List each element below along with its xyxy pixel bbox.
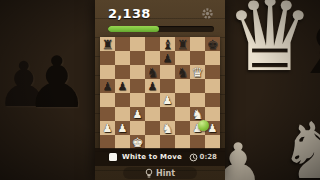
lightbulb-icon bbox=[145, 168, 153, 179]
chess-board[interactable]: ♜♝♜♚♟♞♞♛♟♟♟♟♟♞♟♟♞♟♟♚ bbox=[100, 37, 220, 149]
square-e5[interactable] bbox=[160, 79, 175, 93]
piece-black-rook: ♜ bbox=[102, 38, 114, 51]
square-a3[interactable] bbox=[100, 107, 115, 121]
piece-black-rook: ♜ bbox=[177, 38, 189, 51]
hint-button[interactable]: Hint bbox=[95, 166, 225, 180]
square-h8[interactable]: ♚ bbox=[205, 37, 220, 51]
piece-black-knight: ♞ bbox=[147, 66, 159, 79]
piece-white-knight: ♞ bbox=[162, 122, 174, 135]
square-d6[interactable]: ♞ bbox=[145, 65, 160, 79]
square-c2[interactable] bbox=[130, 121, 145, 135]
square-b3[interactable] bbox=[115, 107, 130, 121]
piece-white-pawn: ♟ bbox=[103, 123, 113, 134]
square-e7[interactable]: ♟ bbox=[160, 51, 175, 65]
square-a2[interactable]: ♟ bbox=[100, 121, 115, 135]
square-g7[interactable] bbox=[190, 51, 205, 65]
decor-dark-bishop-icon: ♝ bbox=[293, 6, 320, 86]
piece-black-king: ♚ bbox=[207, 38, 219, 51]
piece-white-queen: ♛ bbox=[192, 66, 204, 79]
piece-white-knight: ♞ bbox=[192, 108, 204, 121]
square-h3[interactable] bbox=[205, 107, 220, 121]
decor-white-knight-icon: ♞ bbox=[279, 112, 320, 180]
square-c6[interactable] bbox=[130, 65, 145, 79]
square-a4[interactable] bbox=[100, 93, 115, 107]
timer: 0:28 bbox=[189, 153, 217, 162]
square-b6[interactable] bbox=[115, 65, 130, 79]
square-c7[interactable] bbox=[130, 51, 145, 65]
decor-black-pawn-icon: ♟ bbox=[25, 47, 89, 118]
chess-app-panel: 2,138 ♜♝♜♚♟♞♞♛♟♟♟♟♟♞♟♟♞♟♟♚ White to Move… bbox=[95, 0, 225, 180]
square-h4[interactable] bbox=[205, 93, 220, 107]
square-d8[interactable] bbox=[145, 37, 160, 51]
square-c4[interactable] bbox=[130, 93, 145, 107]
progress-fill bbox=[108, 26, 159, 32]
square-f7[interactable] bbox=[175, 51, 190, 65]
square-d4[interactable] bbox=[145, 93, 160, 107]
square-a8[interactable]: ♜ bbox=[100, 37, 115, 51]
settings-gear-icon[interactable] bbox=[201, 7, 214, 20]
square-b8[interactable] bbox=[115, 37, 130, 51]
square-d1[interactable] bbox=[145, 135, 160, 149]
square-a6[interactable] bbox=[100, 65, 115, 79]
square-d2[interactable] bbox=[145, 121, 160, 135]
status-bar: White to Move 0:28 bbox=[95, 148, 225, 166]
square-e6[interactable] bbox=[160, 65, 175, 79]
square-f2[interactable] bbox=[175, 121, 190, 135]
square-h7[interactable] bbox=[205, 51, 220, 65]
clock-icon bbox=[189, 153, 198, 162]
square-g3[interactable]: ♞ bbox=[190, 107, 205, 121]
piece-white-pawn: ♟ bbox=[118, 123, 128, 134]
piece-black-pawn: ♟ bbox=[148, 81, 158, 92]
square-f3[interactable] bbox=[175, 107, 190, 121]
square-b4[interactable] bbox=[115, 93, 130, 107]
piece-white-king: ♚ bbox=[132, 136, 144, 149]
hint-label: Hint bbox=[156, 169, 175, 178]
square-g8[interactable] bbox=[190, 37, 205, 51]
progress-bar bbox=[108, 26, 214, 32]
piece-white-pawn: ♟ bbox=[208, 123, 218, 134]
timer-text: 0:28 bbox=[200, 153, 217, 161]
square-e8[interactable]: ♝ bbox=[160, 37, 175, 51]
square-c8[interactable] bbox=[130, 37, 145, 51]
screenshot-canvas: ♟ ♟ ♝ ♛ ♞ ♟ 2,138 ♜♝♜♚♟♞♞♛♟♟♟♟♟♞♟♟♞♟♟♚ W… bbox=[0, 0, 320, 180]
decor-black-pawn-icon: ♟ bbox=[0, 54, 52, 116]
square-b7[interactable] bbox=[115, 51, 130, 65]
square-c1[interactable]: ♚ bbox=[130, 135, 145, 149]
square-f1[interactable] bbox=[175, 135, 190, 149]
piece-black-pawn: ♟ bbox=[103, 81, 113, 92]
square-b1[interactable] bbox=[115, 135, 130, 149]
square-g6[interactable]: ♛ bbox=[190, 65, 205, 79]
square-g4[interactable] bbox=[190, 93, 205, 107]
square-a7[interactable] bbox=[100, 51, 115, 65]
app-header: 2,138 bbox=[108, 6, 217, 24]
piece-black-pawn: ♟ bbox=[163, 53, 173, 64]
square-g5[interactable] bbox=[190, 79, 205, 93]
piece-black-bishop: ♝ bbox=[162, 38, 174, 51]
turn-label: White to Move bbox=[122, 153, 182, 161]
white-square-icon bbox=[109, 153, 117, 161]
square-f5[interactable] bbox=[175, 79, 190, 93]
square-f4[interactable] bbox=[175, 93, 190, 107]
square-h1[interactable] bbox=[205, 135, 220, 149]
square-d3[interactable] bbox=[145, 107, 160, 121]
piece-black-pawn: ♟ bbox=[118, 81, 128, 92]
square-g1[interactable] bbox=[190, 135, 205, 149]
square-e1[interactable] bbox=[160, 135, 175, 149]
piece-white-pawn: ♟ bbox=[133, 109, 143, 120]
square-b2[interactable]: ♟ bbox=[115, 121, 130, 135]
square-h5[interactable] bbox=[205, 79, 220, 93]
square-d5[interactable]: ♟ bbox=[145, 79, 160, 93]
square-e3[interactable] bbox=[160, 107, 175, 121]
square-f6[interactable]: ♞ bbox=[175, 65, 190, 79]
square-a1[interactable] bbox=[100, 135, 115, 149]
decor-white-queen-icon: ♛ bbox=[225, 0, 315, 86]
square-a5[interactable]: ♟ bbox=[100, 79, 115, 93]
square-f8[interactable]: ♜ bbox=[175, 37, 190, 51]
piece-white-pawn: ♟ bbox=[163, 95, 173, 106]
square-d7[interactable] bbox=[145, 51, 160, 65]
green-dot-marker bbox=[198, 120, 209, 131]
piece-black-knight: ♞ bbox=[177, 66, 189, 79]
square-e2[interactable]: ♞ bbox=[160, 121, 175, 135]
square-c5[interactable] bbox=[130, 79, 145, 93]
square-e4[interactable]: ♟ bbox=[160, 93, 175, 107]
square-c3[interactable]: ♟ bbox=[130, 107, 145, 121]
square-b5[interactable]: ♟ bbox=[115, 79, 130, 93]
square-h6[interactable] bbox=[205, 65, 220, 79]
